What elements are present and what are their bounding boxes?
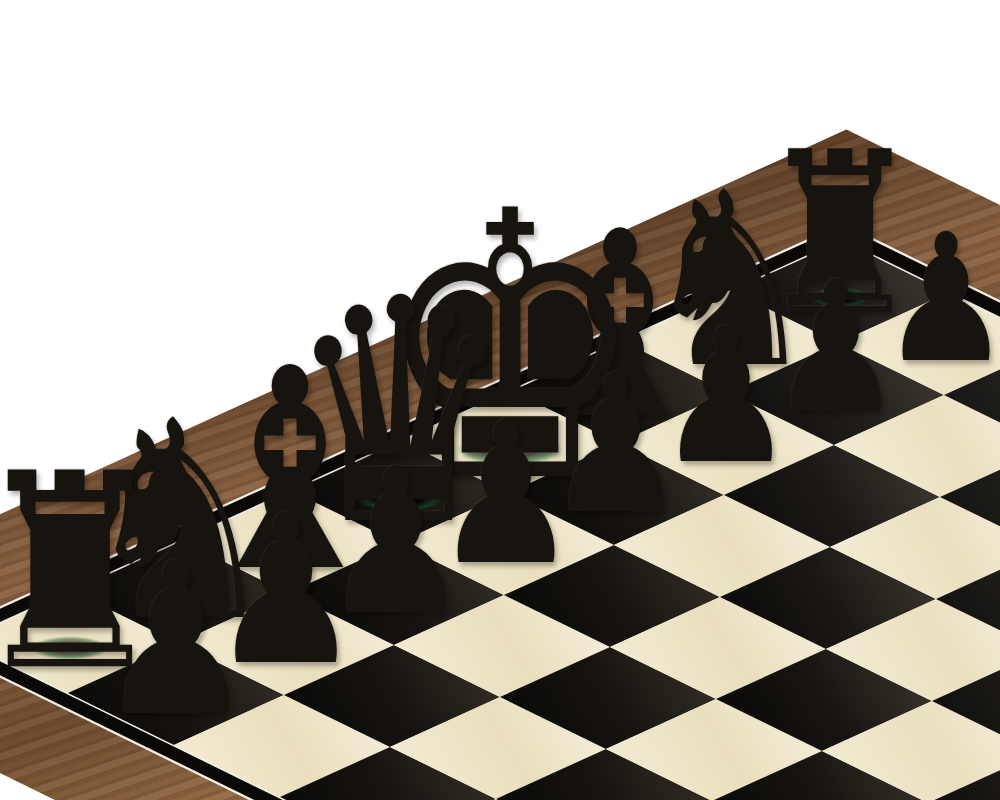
- frame-pinstripe-outer: [0, 223, 1000, 800]
- frame-black-band: [0, 226, 1000, 800]
- chess-board: [0, 130, 1000, 800]
- frame-pinstripe-inner: [0, 239, 1000, 800]
- board-frame-walnut: [0, 130, 1000, 800]
- board-squares-grid: [0, 241, 1000, 800]
- chess-set-photo: ♜♞♝♛♚♝♞♜♟♟♟♟♟♟♟♟: [0, 0, 1000, 800]
